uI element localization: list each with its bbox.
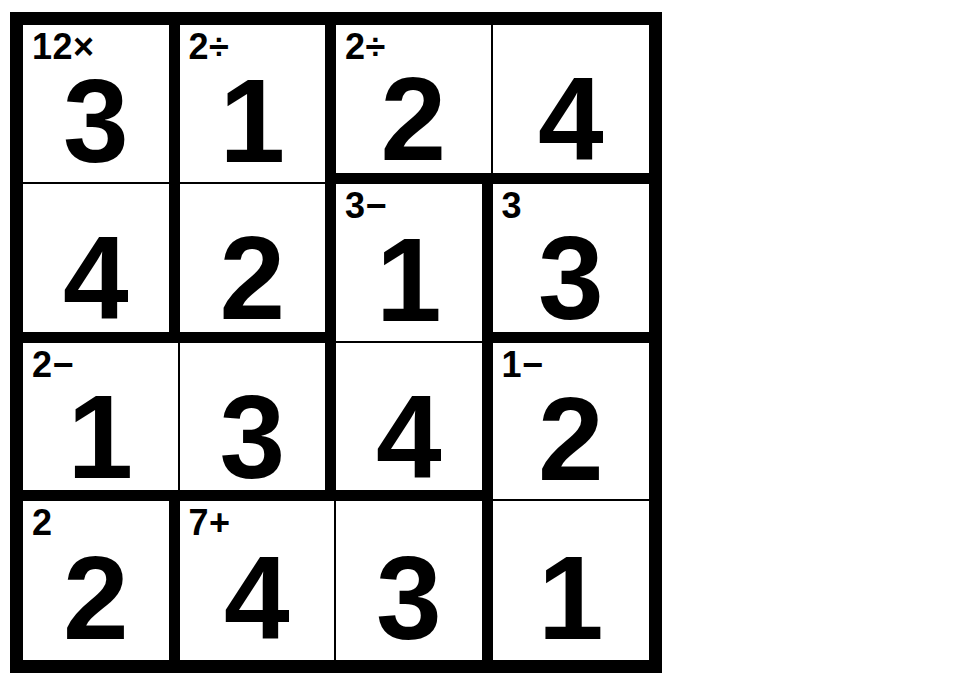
cell-r2c2[interactable]: 4 (336, 343, 493, 502)
cell-value: 1 (493, 545, 650, 660)
cell-value: 3 (180, 387, 326, 495)
cell-r2c3[interactable]: 1−2 (493, 343, 650, 502)
cell-value: 3 (23, 69, 169, 182)
cell-r1c2[interactable]: 3−1 (336, 184, 493, 343)
cell-value: 3 (336, 545, 482, 660)
cell-value: 1 (336, 228, 482, 341)
cell-r0c2[interactable]: 2÷2 (336, 25, 493, 184)
cell-value: 3 (493, 228, 650, 336)
cell-value: 4 (23, 228, 169, 336)
cell-r2c0[interactable]: 2−1 (23, 343, 180, 502)
cell-r2c1[interactable]: 3 (180, 343, 337, 502)
cell-value: 2 (336, 69, 491, 177)
cell-r3c2[interactable]: 3 (336, 501, 493, 660)
cell-value: 4 (180, 545, 335, 660)
cell-r3c3[interactable]: 1 (493, 501, 650, 660)
cell-value: 4 (336, 387, 482, 495)
cell-value: 1 (23, 387, 178, 495)
cell-r3c1[interactable]: 7+4 (180, 501, 337, 660)
cell-value: 2 (180, 228, 326, 336)
cell-r1c3[interactable]: 33 (493, 184, 650, 343)
cell-value: 2 (493, 387, 650, 500)
cell-r1c1[interactable]: 2 (180, 184, 337, 343)
cell-r1c0[interactable]: 4 (23, 184, 180, 343)
cell-r0c1[interactable]: 2÷1 (180, 25, 337, 184)
cell-r0c0[interactable]: 12×3 (23, 25, 180, 184)
kenken-board: 12×32÷12÷24423−1332−1341−2227+431 (10, 12, 662, 673)
cell-r3c0[interactable]: 22 (23, 501, 180, 660)
cell-r0c3[interactable]: 4 (493, 25, 650, 184)
cell-value: 4 (493, 69, 650, 177)
cell-value: 1 (180, 69, 326, 182)
kenken-puzzle-page: 12×32÷12÷24423−1332−1341−2227+431 (0, 0, 960, 686)
cell-value: 2 (23, 545, 169, 660)
